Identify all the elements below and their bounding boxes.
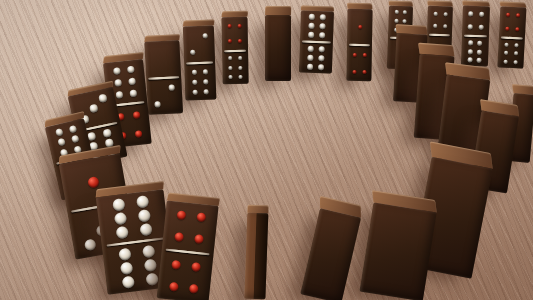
pip-red [352,53,356,57]
pip-red [174,232,184,242]
pip-white [467,57,472,62]
pip-white [443,12,447,16]
pip-white [204,90,209,95]
domino-face [461,6,490,67]
pip-white [144,259,157,272]
domino-face [299,10,334,73]
pip-white [505,42,509,46]
domino-back [265,15,291,81]
pip-red [197,212,207,222]
pip-white [514,43,518,47]
pip-white [127,65,135,73]
pip-white [238,56,242,60]
domino-d8-back [265,6,291,81]
pip-red [362,53,366,57]
pip-red [227,24,231,28]
pip-white [103,128,112,137]
pip-white [192,90,197,95]
pip-white [238,75,242,79]
pip-white [319,46,325,52]
domino-half-top [183,25,215,62]
pip-red [238,24,242,28]
domino-half-top [300,10,334,41]
domino-face [221,17,248,84]
pip-white [467,49,472,54]
pip-white [138,209,151,222]
pip-red [192,262,202,272]
pip-white [394,19,398,23]
domino-d9-6-6 [299,5,334,73]
pip-white [238,66,242,70]
pip-white [69,125,77,133]
domino-half-top [427,6,453,35]
pip-red [171,260,181,270]
pip-white [115,91,123,99]
domino-half-bottom [346,46,372,81]
pip-white [307,55,313,61]
pip-red [169,282,179,292]
domino-d23-edge [244,205,268,300]
pip-white [504,51,508,55]
domino-d6-2-6 [183,19,217,100]
pip-white [479,11,484,16]
pip-white [128,77,136,85]
pip-white [403,10,407,14]
pip-white [155,102,161,108]
pip-white [55,128,63,136]
pip-white [468,40,473,45]
pip-red [133,111,141,119]
domino-back [300,208,361,300]
domino-half-top [462,6,490,36]
pip-red [506,13,510,17]
pip-white [192,69,197,74]
pip-white [120,262,133,275]
pip-white [513,60,517,64]
pip-white [307,46,313,52]
pip-white [112,198,125,211]
pip-red [194,234,204,244]
pip-white [121,275,134,288]
dominoes-layer [0,0,533,300]
divider-line [349,44,371,46]
domino-half-top [221,17,248,50]
pip-white [203,69,208,74]
domino-face [346,9,372,81]
pip-white [319,55,325,61]
pip-white [443,25,447,29]
pip-red [238,39,242,43]
pip-white [89,104,98,113]
pip-white [130,89,138,97]
pip-white [514,51,518,55]
domino-top-edge [265,6,291,15]
domino-half-bottom [157,250,214,300]
pip-red [358,24,362,28]
divider-line [224,49,246,51]
pip-white [203,79,208,84]
pip-red [352,69,356,73]
pip-white [479,25,484,30]
pip-white [114,79,122,87]
pip-white [308,31,314,37]
pip-white [403,19,407,23]
pip-white [229,75,233,79]
pip-white [84,239,97,252]
pip-red [176,210,186,220]
domino-d17-4-6 [497,1,526,68]
domino-half-bottom [461,37,489,67]
domino-d15-4-6 [461,1,490,67]
pip-white [320,14,326,20]
domino-d22-back [300,197,363,300]
pip-white [468,24,473,29]
domino-half-bottom [184,63,216,100]
pip-white [433,24,437,28]
pip-white [229,66,233,70]
domino-d24-4-4 [157,193,220,300]
domino-half-top [96,189,169,245]
domino-back [359,202,436,300]
pip-white [306,63,312,69]
pip-red [516,13,520,17]
domino-face [157,201,219,300]
pip-red [135,130,143,138]
domino-half-top [347,9,373,44]
pip-white [308,23,314,29]
pip-red [505,26,509,30]
pip-white [98,93,107,102]
domino-half-top [499,6,527,37]
pip-white [468,11,473,16]
pip-red [87,176,100,189]
pip-red [228,39,232,43]
pip-red [362,70,366,74]
pip-white [192,80,197,85]
domino-d21-back [359,191,438,300]
pip-white [142,245,155,258]
pip-white [140,223,153,236]
domino-half-bottom [146,78,183,115]
pip-white [118,248,131,261]
pip-white [319,32,325,38]
scene [0,0,533,300]
domino-face [183,25,217,100]
domino-d5-0-2 [144,34,183,115]
domino-d10-1-4 [346,3,372,81]
pip-red [515,27,519,31]
pip-white [394,10,398,14]
pip-white [433,11,437,15]
pip-white [228,56,232,60]
pip-white [136,195,149,208]
pip-white [113,67,121,75]
domino-edge [244,213,268,300]
pip-white [71,135,79,143]
pip-white [308,14,314,20]
domino-half-top [144,40,181,77]
pip-white [115,226,128,239]
pip-red [189,284,199,294]
pip-white [190,50,195,55]
domino-half-bottom [299,42,333,73]
domino-face [497,6,526,68]
pip-white [477,57,482,62]
domino-half-bottom [222,51,249,84]
pip-white [320,23,326,29]
domino-d7-4-6 [221,11,248,84]
domino-half-top [162,201,219,254]
pip-white [114,212,127,225]
domino-face [144,40,183,115]
pip-white [203,33,208,38]
domino-half-bottom [497,38,525,69]
pip-white [477,49,482,54]
pip-white [318,64,324,70]
pip-white [504,59,508,63]
pip-white [57,138,65,146]
pip-white [477,41,482,46]
pip-white [168,85,174,91]
